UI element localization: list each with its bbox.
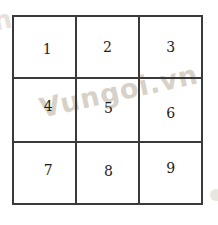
cell-number: 6 xyxy=(166,106,175,120)
cell-number: 9 xyxy=(166,161,175,175)
cell-number: 7 xyxy=(44,163,53,177)
cell-number: 3 xyxy=(166,40,175,54)
grid-cells: 1 2 3 4 5 6 7 8 9 xyxy=(14,17,201,203)
grid-cell-r1c3: 3 xyxy=(139,17,201,79)
grid-cell-r1c2: 2 xyxy=(76,17,138,79)
number-grid-board: 1 2 3 4 5 6 7 8 9 xyxy=(12,15,203,205)
watermark-fragment-bottom-right xyxy=(210,189,218,201)
grid-cell-r3c2: 8 xyxy=(76,141,138,203)
cell-number: 8 xyxy=(104,164,113,178)
puzzle-diagram: Vungoi.vn n 1 2 3 4 5 6 7 8 9 xyxy=(0,0,218,225)
grid-cell-r1c1: 1 xyxy=(14,17,76,79)
grid-cell-r3c3: 9 xyxy=(139,141,201,203)
grid-cell-r2c1: 4 xyxy=(14,79,76,141)
cell-number: 2 xyxy=(103,40,112,54)
cell-number: 5 xyxy=(104,101,113,115)
grid-cell-r2c2: 5 xyxy=(76,79,138,141)
cell-number: 1 xyxy=(43,42,52,56)
grid-cell-r2c3: 6 xyxy=(139,79,201,141)
grid-cell-r3c1: 7 xyxy=(14,141,76,203)
cell-number: 4 xyxy=(44,99,53,113)
